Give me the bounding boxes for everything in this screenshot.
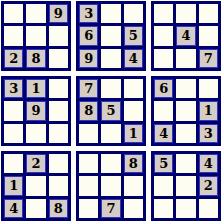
cell-r4c9[interactable] [199,79,218,98]
box-8: 87 [76,151,146,221]
cell-r6c2[interactable] [26,124,45,143]
cell-r9c3: 8 [49,199,68,218]
cell-r2c9[interactable] [199,26,218,45]
cell-r9c7[interactable] [154,199,173,218]
cell-r7c5[interactable] [101,154,120,173]
cell-r3c7[interactable] [154,49,173,68]
cell-r2c5[interactable] [101,26,120,45]
cell-r3c4: 9 [79,49,98,68]
cell-r2c8: 4 [176,26,195,45]
cell-r2c1[interactable] [4,26,23,45]
cell-r7c6: 8 [124,154,143,173]
cell-r5c4: 8 [79,101,98,120]
cell-r5c9: 1 [199,101,218,120]
cell-r9c1: 4 [4,199,23,218]
cell-r7c3[interactable] [49,154,68,173]
cell-r9c9[interactable] [199,199,218,218]
cell-r7c9: 4 [199,154,218,173]
cell-r5c5: 5 [101,101,120,120]
cell-r4c6[interactable] [124,79,143,98]
cell-r2c6: 5 [124,26,143,45]
cell-r4c7: 6 [154,79,173,98]
cell-r4c3[interactable] [49,79,68,98]
cell-r1c5[interactable] [101,4,120,23]
cell-r6c3[interactable] [49,124,68,143]
cell-r9c5: 7 [101,199,120,218]
cell-r5c7[interactable] [154,101,173,120]
cell-r3c3[interactable] [49,49,68,68]
cell-r7c4[interactable] [79,154,98,173]
cell-r8c5[interactable] [101,176,120,195]
cell-r8c4[interactable] [79,176,98,195]
cell-r7c8[interactable] [176,154,195,173]
cell-r2c2[interactable] [26,26,45,45]
sudoku-board: 928365944731978516143214887542 [0,0,223,221]
cell-r9c2[interactable] [26,199,45,218]
cell-r7c2: 2 [26,154,45,173]
cell-r6c8[interactable] [176,124,195,143]
cell-r7c1[interactable] [4,154,23,173]
box-9: 542 [151,151,221,221]
cell-r1c7[interactable] [154,4,173,23]
cell-r8c3[interactable] [49,176,68,195]
cell-r4c5[interactable] [101,79,120,98]
box-7: 2148 [1,151,71,221]
cell-r8c7[interactable] [154,176,173,195]
cell-r8c9: 2 [199,176,218,195]
cell-r1c3: 9 [49,4,68,23]
cell-r9c6[interactable] [124,199,143,218]
cell-r4c8[interactable] [176,79,195,98]
cell-r2c7[interactable] [154,26,173,45]
cell-r1c9[interactable] [199,4,218,23]
cell-r3c6: 4 [124,49,143,68]
box-3: 47 [151,1,221,71]
cell-r6c5[interactable] [101,124,120,143]
cell-r5c6[interactable] [124,101,143,120]
box-2: 36594 [76,1,146,71]
cell-r6c9: 3 [199,124,218,143]
cell-r9c4[interactable] [79,199,98,218]
cell-r8c6[interactable] [124,176,143,195]
cell-r5c2: 9 [26,101,45,120]
cell-r3c2: 8 [26,49,45,68]
box-1: 928 [1,1,71,71]
box-5: 7851 [76,76,146,146]
cell-r8c8[interactable] [176,176,195,195]
cell-r5c1[interactable] [4,101,23,120]
cell-r6c4[interactable] [79,124,98,143]
cell-r8c2[interactable] [26,176,45,195]
cell-r2c4: 6 [79,26,98,45]
cell-r1c1[interactable] [4,4,23,23]
cell-r3c9: 7 [199,49,218,68]
cell-r1c2[interactable] [26,4,45,23]
cell-r2c3[interactable] [49,26,68,45]
cell-r1c6[interactable] [124,4,143,23]
cell-r6c6: 1 [124,124,143,143]
cell-r5c8[interactable] [176,101,195,120]
cell-r4c2: 1 [26,79,45,98]
cell-r9c8[interactable] [176,199,195,218]
cell-r5c3[interactable] [49,101,68,120]
cell-r3c5[interactable] [101,49,120,68]
box-6: 6143 [151,76,221,146]
cell-r3c1: 2 [4,49,23,68]
cell-r1c4: 3 [79,4,98,23]
cell-r6c7: 4 [154,124,173,143]
box-4: 319 [1,76,71,146]
cell-r4c1: 3 [4,79,23,98]
cell-r1c8[interactable] [176,4,195,23]
cell-r3c8[interactable] [176,49,195,68]
cell-r4c4: 7 [79,79,98,98]
cell-r6c1[interactable] [4,124,23,143]
cell-r8c1: 1 [4,176,23,195]
cell-r7c7: 5 [154,154,173,173]
